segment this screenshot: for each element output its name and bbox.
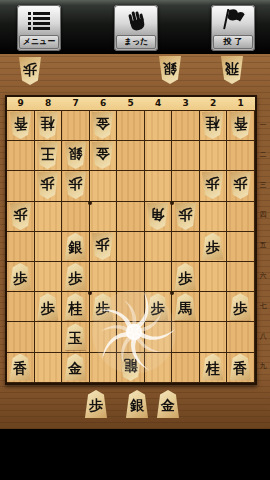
sente-piece-歩[interactable]: 歩 <box>229 293 252 320</box>
hoshi-dot <box>88 201 92 205</box>
rank-label-3: 三 <box>257 182 269 189</box>
gote-piece-桂[interactable]: 桂 <box>201 112 224 139</box>
square-8-9[interactable] <box>35 353 63 383</box>
rank-label-7: 七 <box>257 303 269 310</box>
piece-kanji: 銀 <box>130 398 144 412</box>
square-7-1[interactable] <box>62 111 90 141</box>
square-7-4[interactable] <box>62 202 90 232</box>
piece-kanji: 銀 <box>68 148 82 162</box>
square-3-3[interactable] <box>172 171 200 201</box>
sente-piece-歩[interactable]: 歩 <box>36 293 59 320</box>
square-4-4[interactable]: 角 <box>145 202 173 232</box>
piece-kanji: 金 <box>96 148 110 162</box>
hoshi-dot <box>170 201 174 205</box>
menu-button-label: メニュー <box>19 35 59 49</box>
resign-button-label: 投 了 <box>213 35 253 49</box>
piece-kanji: 王 <box>41 148 55 162</box>
square-3-1[interactable] <box>172 111 200 141</box>
piece-kanji: 香 <box>233 361 247 375</box>
piece-kanji: 飛 <box>225 62 239 76</box>
sente-piece-歩[interactable]: 歩 <box>64 263 87 290</box>
menu-list-icon <box>27 7 51 35</box>
piece-kanji: 歩 <box>68 271 82 285</box>
piece-kanji: 角 <box>151 208 165 222</box>
rank-coordinates: 一二三四五六七八九 <box>257 110 269 382</box>
square-1-5[interactable] <box>227 232 255 262</box>
square-9-6[interactable]: 歩 <box>7 262 35 292</box>
square-8-7[interactable]: 歩 <box>35 292 63 322</box>
gote-piece-香[interactable]: 香 <box>9 112 32 139</box>
square-1-7[interactable]: 歩 <box>227 292 255 322</box>
square-2-3[interactable]: 歩 <box>200 171 228 201</box>
piece-kanji: 歩 <box>41 301 55 315</box>
piece-kanji: 歩 <box>206 240 220 254</box>
square-4-3[interactable] <box>145 171 173 201</box>
piece-kanji: 歩 <box>233 301 247 315</box>
sente-hand-piece-銀[interactable]: 銀 <box>125 390 149 418</box>
sente-hand-piece-金[interactable]: 金 <box>156 390 180 418</box>
square-2-4[interactable] <box>200 202 228 232</box>
rank-label-1: 一 <box>257 122 269 129</box>
piece-kanji: 桂 <box>206 361 220 375</box>
rank-label-2: 二 <box>257 152 269 159</box>
file-label-1: 1 <box>227 97 255 110</box>
square-5-4[interactable] <box>117 202 145 232</box>
gote-piece-歩[interactable]: 歩 <box>64 172 87 199</box>
file-label-8: 8 <box>35 97 63 110</box>
square-6-2[interactable]: 金 <box>90 141 118 171</box>
sente-piece-桂[interactable]: 桂 <box>201 354 224 381</box>
square-3-4[interactable]: 歩 <box>172 202 200 232</box>
piece-kanji: 歩 <box>206 178 220 192</box>
square-4-1[interactable] <box>145 111 173 141</box>
square-9-8[interactable] <box>7 322 35 352</box>
square-6-1[interactable]: 金 <box>90 111 118 141</box>
square-7-5[interactable]: 銀 <box>62 232 90 262</box>
piece-kanji: 銀 <box>68 240 82 254</box>
square-2-6[interactable] <box>200 262 228 292</box>
square-6-5[interactable]: 歩 <box>90 232 118 262</box>
square-1-8[interactable] <box>227 322 255 352</box>
square-1-1[interactable]: 香 <box>227 111 255 141</box>
sente-piece-桂[interactable]: 桂 <box>64 293 87 320</box>
square-1-2[interactable] <box>227 141 255 171</box>
square-9-7[interactable] <box>7 292 35 322</box>
gote-piece-歩[interactable]: 歩 <box>229 172 252 199</box>
file-coordinates: 987654321 <box>7 97 255 111</box>
square-9-3[interactable] <box>7 171 35 201</box>
toolbar: メニュー まった 投 了 <box>0 0 270 56</box>
piece-kanji: 歩 <box>23 63 37 77</box>
rank-label-8: 八 <box>257 333 269 340</box>
gote-piece-歩[interactable]: 歩 <box>91 233 114 260</box>
sente-piece-歩[interactable]: 歩 <box>9 263 32 290</box>
hand-icon <box>124 7 148 35</box>
piece-kanji: 香 <box>13 361 27 375</box>
square-9-9[interactable]: 香 <box>7 353 35 383</box>
square-9-5[interactable] <box>7 232 35 262</box>
piece-kanji: 歩 <box>178 208 192 222</box>
piece-kanji: 金 <box>96 118 110 132</box>
file-label-2: 2 <box>200 97 228 110</box>
file-label-3: 3 <box>172 97 200 110</box>
sente-piece-香[interactable]: 香 <box>229 354 252 381</box>
square-8-2[interactable]: 王 <box>35 141 63 171</box>
square-2-9[interactable]: 桂 <box>200 353 228 383</box>
gote-piece-歩[interactable]: 歩 <box>174 203 197 230</box>
swirl-logo-overlay <box>86 284 182 380</box>
square-9-4[interactable]: 歩 <box>7 202 35 232</box>
gote-piece-金[interactable]: 金 <box>91 112 114 139</box>
square-8-1[interactable]: 桂 <box>35 111 63 141</box>
gote-piece-銀[interactable]: 銀 <box>64 142 87 169</box>
square-3-2[interactable] <box>172 141 200 171</box>
square-5-5[interactable] <box>117 232 145 262</box>
piece-kanji: 金 <box>68 361 82 375</box>
piece-kanji: 香 <box>233 118 247 132</box>
undo-button[interactable]: まった <box>114 5 158 51</box>
square-8-5[interactable] <box>35 232 63 262</box>
square-5-2[interactable] <box>117 141 145 171</box>
piece-kanji: 香 <box>13 118 27 132</box>
gote-piece-角[interactable]: 角 <box>146 203 169 230</box>
square-1-4[interactable] <box>227 202 255 232</box>
piece-kanji: 金 <box>161 398 175 412</box>
square-9-1[interactable]: 香 <box>7 111 35 141</box>
square-5-3[interactable] <box>117 171 145 201</box>
gote-piece-歩[interactable]: 歩 <box>201 172 224 199</box>
square-8-3[interactable]: 歩 <box>35 171 63 201</box>
rank-label-9: 九 <box>257 363 269 370</box>
square-2-1[interactable]: 桂 <box>200 111 228 141</box>
square-8-8[interactable] <box>35 322 63 352</box>
gote-piece-金[interactable]: 金 <box>91 142 114 169</box>
piece-kanji: 歩 <box>13 208 27 222</box>
square-9-2[interactable] <box>7 141 35 171</box>
file-label-9: 9 <box>7 97 35 110</box>
file-label-4: 4 <box>145 97 173 110</box>
piece-kanji: 歩 <box>89 398 103 412</box>
gote-piece-歩[interactable]: 歩 <box>36 172 59 199</box>
square-8-4[interactable] <box>35 202 63 232</box>
square-5-1[interactable] <box>117 111 145 141</box>
piece-kanji: 歩 <box>233 178 247 192</box>
piece-kanji: 桂 <box>206 118 220 132</box>
square-4-5[interactable] <box>145 232 173 262</box>
menu-button[interactable]: メニュー <box>17 5 61 51</box>
square-3-5[interactable] <box>172 232 200 262</box>
gote-piece-香[interactable]: 香 <box>229 112 252 139</box>
file-label-5: 5 <box>117 97 145 110</box>
sente-piece-金[interactable]: 金 <box>64 354 87 381</box>
square-4-2[interactable] <box>145 141 173 171</box>
piece-kanji: 歩 <box>13 271 27 285</box>
square-8-6[interactable] <box>35 262 63 292</box>
rank-label-4: 四 <box>257 212 269 219</box>
sente-piece-香[interactable]: 香 <box>9 354 32 381</box>
square-1-6[interactable] <box>227 262 255 292</box>
flag-icon <box>221 7 245 35</box>
square-6-3[interactable] <box>90 171 118 201</box>
sente-piece-銀[interactable]: 銀 <box>64 233 87 260</box>
square-2-2[interactable] <box>200 141 228 171</box>
gote-piece-桂[interactable]: 桂 <box>36 112 59 139</box>
square-7-2[interactable]: 銀 <box>62 141 90 171</box>
square-2-7[interactable] <box>200 292 228 322</box>
sente-hand-piece-歩[interactable]: 歩 <box>84 390 108 418</box>
gote-hand-piece-飛[interactable]: 飛 <box>220 56 244 84</box>
piece-kanji: 玉 <box>68 331 82 345</box>
piece-kanji: 歩 <box>178 271 192 285</box>
sente-piece-歩[interactable]: 歩 <box>201 233 224 260</box>
rank-label-5: 五 <box>257 242 269 249</box>
square-2-5[interactable]: 歩 <box>200 232 228 262</box>
square-6-4[interactable] <box>90 202 118 232</box>
piece-kanji: 桂 <box>41 118 55 132</box>
gote-hand-piece-銀[interactable]: 銀 <box>158 56 182 84</box>
gote-hand-piece-歩[interactable]: 歩 <box>18 57 42 85</box>
rank-label-6: 六 <box>257 273 269 280</box>
piece-kanji: 銀 <box>163 62 177 76</box>
piece-kanji: 歩 <box>68 178 82 192</box>
square-1-9[interactable]: 香 <box>227 353 255 383</box>
piece-kanji: 歩 <box>96 238 110 252</box>
file-label-6: 6 <box>90 97 118 110</box>
sente-piece-玉[interactable]: 玉 <box>64 323 87 350</box>
square-2-8[interactable] <box>200 322 228 352</box>
resign-button[interactable]: 投 了 <box>211 5 255 51</box>
file-label-7: 7 <box>62 97 90 110</box>
square-7-3[interactable]: 歩 <box>62 171 90 201</box>
piece-kanji: 歩 <box>41 178 55 192</box>
square-1-3[interactable]: 歩 <box>227 171 255 201</box>
piece-kanji: 桂 <box>68 301 82 315</box>
gote-piece-歩[interactable]: 歩 <box>9 203 32 230</box>
gote-piece-王[interactable]: 王 <box>36 142 59 169</box>
undo-button-label: まった <box>116 35 156 49</box>
